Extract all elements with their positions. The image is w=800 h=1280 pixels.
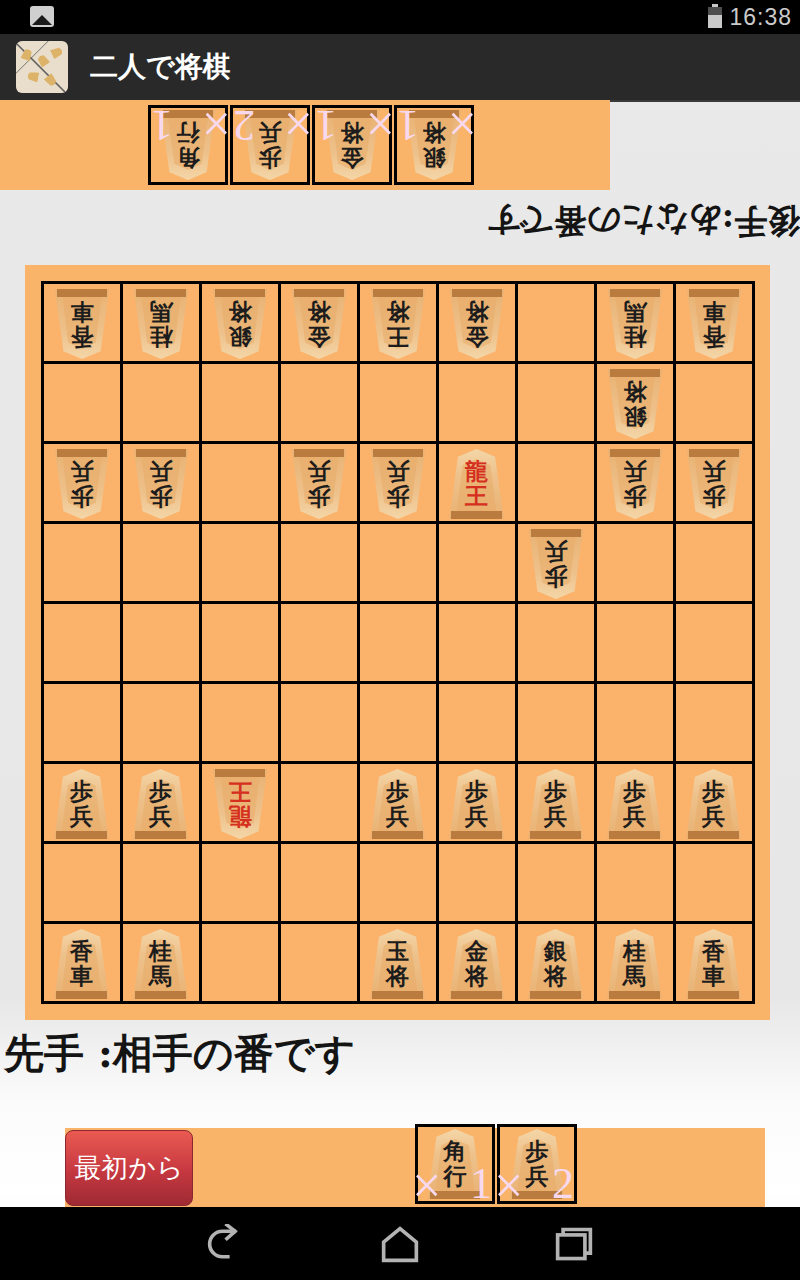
piece-sente-gin[interactable]: 銀将 (525, 929, 587, 999)
piece-gote-kin[interactable]: 金将 (288, 289, 350, 359)
piece-sente-fu[interactable]: 歩兵 (367, 769, 429, 839)
piece-gote-fu[interactable]: 歩兵 (683, 449, 745, 519)
square-7c[interactable] (202, 444, 278, 521)
gote-hand-fu[interactable]: 歩兵×2 (230, 105, 310, 185)
app-bar: 二人で将棋 (0, 34, 800, 102)
square-8a[interactable]: 桂馬 (123, 284, 199, 361)
gote-hand-cells: 角行×1歩兵×2金将×1銀将×1 (148, 105, 474, 185)
sente-hand-fu[interactable]: 歩兵×2 (497, 1124, 577, 1204)
piece-sente-fu[interactable]: 歩兵 (604, 769, 666, 839)
square-1e[interactable] (676, 604, 752, 681)
piece-gote-gin[interactable]: 銀将 (209, 289, 271, 359)
capture-count: 1 (151, 100, 173, 151)
square-8h[interactable] (123, 844, 199, 921)
gote-hand-kaku[interactable]: 角行×1 (148, 105, 228, 185)
square-6a[interactable]: 金将 (281, 284, 357, 361)
capture-count-x: × (284, 94, 313, 153)
square-8d[interactable] (123, 524, 199, 601)
square-9e[interactable] (44, 604, 120, 681)
status-time: 16:38 (729, 4, 792, 31)
square-1h[interactable] (676, 844, 752, 921)
square-5b[interactable] (360, 364, 436, 441)
square-9h[interactable] (44, 844, 120, 921)
square-1i[interactable]: 香車 (676, 924, 752, 1001)
piece-sente-kei[interactable]: 桂馬 (604, 929, 666, 999)
square-6f[interactable] (281, 684, 357, 761)
square-6d[interactable] (281, 524, 357, 601)
gote-status-text: 後手:あなたの番です (370, 198, 800, 243)
capture-count: 1 (470, 1158, 492, 1209)
square-3f[interactable] (518, 684, 594, 761)
capture-count: 1 (315, 100, 337, 151)
square-4e[interactable] (439, 604, 515, 681)
capture-count: 1 (397, 100, 419, 151)
piece-gote-kei[interactable]: 桂馬 (604, 289, 666, 359)
square-5e[interactable] (360, 604, 436, 681)
square-9d[interactable] (44, 524, 120, 601)
app-title: 二人で将棋 (90, 48, 231, 86)
piece-sente-gyoku[interactable]: 玉将 (367, 929, 429, 999)
square-9g[interactable]: 歩兵 (44, 764, 120, 841)
square-6e[interactable] (281, 604, 357, 681)
square-3g[interactable]: 歩兵 (518, 764, 594, 841)
square-1g[interactable]: 歩兵 (676, 764, 752, 841)
square-7h[interactable] (202, 844, 278, 921)
square-8b[interactable] (123, 364, 199, 441)
square-8g[interactable]: 歩兵 (123, 764, 199, 841)
recents-icon[interactable] (551, 1224, 597, 1264)
piece-sente-ryu[interactable]: 龍王 (446, 449, 508, 519)
square-6i[interactable] (281, 924, 357, 1001)
square-3i[interactable]: 銀将 (518, 924, 594, 1001)
square-2e[interactable] (597, 604, 673, 681)
square-1a[interactable]: 香車 (676, 284, 752, 361)
square-2b[interactable]: 銀将 (597, 364, 673, 441)
square-9i[interactable]: 香車 (44, 924, 120, 1001)
screen: 16:38 二人で将棋 角行×1歩兵×2金将×1銀将×1 後手:あなたの番です … (0, 0, 800, 1280)
square-7i[interactable] (202, 924, 278, 1001)
square-6g[interactable] (281, 764, 357, 841)
square-7g[interactable]: 龍王 (202, 764, 278, 841)
piece-gote-kyo[interactable]: 香車 (51, 289, 113, 359)
square-2c[interactable]: 歩兵 (597, 444, 673, 521)
square-6b[interactable] (281, 364, 357, 441)
square-5h[interactable] (360, 844, 436, 921)
back-icon[interactable] (203, 1224, 249, 1264)
capture-count-x: × (412, 1156, 441, 1215)
piece-gote-gin[interactable]: 銀将 (604, 369, 666, 439)
square-7b[interactable] (202, 364, 278, 441)
square-8e[interactable] (123, 604, 199, 681)
square-5f[interactable] (360, 684, 436, 761)
square-5c[interactable]: 歩兵 (360, 444, 436, 521)
piece-gote-fu[interactable]: 歩兵 (604, 449, 666, 519)
square-9c[interactable]: 歩兵 (44, 444, 120, 521)
gote-hand-kin[interactable]: 金将×1 (312, 105, 392, 185)
square-1c[interactable]: 歩兵 (676, 444, 752, 521)
piece-sente-fu[interactable]: 歩兵 (51, 769, 113, 839)
square-5a[interactable]: 王将 (360, 284, 436, 361)
square-5d[interactable] (360, 524, 436, 601)
board-panel: 香車桂馬銀将金将王将金将桂馬香車銀将歩兵歩兵歩兵歩兵龍王歩兵歩兵歩兵歩兵歩兵龍王… (25, 265, 770, 1020)
square-2d[interactable] (597, 524, 673, 601)
piece-gote-fu[interactable]: 歩兵 (130, 449, 192, 519)
square-9b[interactable] (44, 364, 120, 441)
screenshot-notification-icon (30, 6, 54, 27)
square-1f[interactable] (676, 684, 752, 761)
square-8i[interactable]: 桂馬 (123, 924, 199, 1001)
square-4f[interactable] (439, 684, 515, 761)
square-2f[interactable] (597, 684, 673, 761)
square-4h[interactable] (439, 844, 515, 921)
square-7a[interactable]: 銀将 (202, 284, 278, 361)
square-7f[interactable] (202, 684, 278, 761)
piece-sente-fu[interactable]: 歩兵 (683, 769, 745, 839)
piece-gote-kei[interactable]: 桂馬 (130, 289, 192, 359)
square-1d[interactable] (676, 524, 752, 601)
square-7d[interactable] (202, 524, 278, 601)
square-4a[interactable]: 金将 (439, 284, 515, 361)
capture-count-x: × (494, 1156, 523, 1215)
capture-count-x: × (366, 94, 395, 153)
square-5g[interactable]: 歩兵 (360, 764, 436, 841)
square-7e[interactable] (202, 604, 278, 681)
square-3a[interactable] (518, 284, 594, 361)
square-2i[interactable]: 桂馬 (597, 924, 673, 1001)
piece-gote-kyo[interactable]: 香車 (683, 289, 745, 359)
piece-sente-kyo[interactable]: 香車 (683, 929, 745, 999)
sente-hand-cells: 角行×1歩兵×2 (415, 1124, 577, 1204)
nav-bar (0, 1207, 800, 1280)
square-6h[interactable] (281, 844, 357, 921)
square-3d[interactable]: 歩兵 (518, 524, 594, 601)
piece-sente-kei[interactable]: 桂馬 (130, 929, 192, 999)
piece-gote-ryu[interactable]: 龍王 (209, 769, 271, 839)
restart-button[interactable]: 最初から (65, 1130, 193, 1206)
home-icon[interactable] (377, 1224, 423, 1264)
piece-sente-kin[interactable]: 金将 (446, 929, 508, 999)
square-2h[interactable] (597, 844, 673, 921)
square-4d[interactable] (439, 524, 515, 601)
square-1b[interactable] (676, 364, 752, 441)
piece-gote-fu[interactable]: 歩兵 (367, 449, 429, 519)
square-3c[interactable] (518, 444, 594, 521)
piece-gote-ou[interactable]: 王将 (367, 289, 429, 359)
square-6c[interactable]: 歩兵 (281, 444, 357, 521)
square-4b[interactable] (439, 364, 515, 441)
sente-status-text: 先手 :相手の番です (4, 1026, 356, 1081)
square-4c[interactable]: 龍王 (439, 444, 515, 521)
square-5i[interactable]: 玉将 (360, 924, 436, 1001)
shogi-board: 香車桂馬銀将金将王将金将桂馬香車銀将歩兵歩兵歩兵歩兵龍王歩兵歩兵歩兵歩兵歩兵龍王… (41, 281, 755, 1004)
status-bar: 16:38 (0, 0, 800, 34)
square-3b[interactable] (518, 364, 594, 441)
piece-gote-fu[interactable]: 歩兵 (525, 529, 587, 599)
piece-gote-fu[interactable]: 歩兵 (288, 449, 350, 519)
square-4i[interactable]: 金将 (439, 924, 515, 1001)
app-icon (16, 41, 68, 93)
square-8f[interactable] (123, 684, 199, 761)
piece-gote-fu[interactable]: 歩兵 (51, 449, 113, 519)
square-2g[interactable]: 歩兵 (597, 764, 673, 841)
square-3h[interactable] (518, 844, 594, 921)
battery-icon (708, 7, 722, 28)
piece-sente-kyo[interactable]: 香車 (51, 929, 113, 999)
square-2a[interactable]: 桂馬 (597, 284, 673, 361)
piece-sente-fu[interactable]: 歩兵 (446, 769, 508, 839)
square-3e[interactable] (518, 604, 594, 681)
square-4g[interactable]: 歩兵 (439, 764, 515, 841)
capture-count-x: × (448, 94, 477, 153)
square-9a[interactable]: 香車 (44, 284, 120, 361)
piece-sente-fu[interactable]: 歩兵 (130, 769, 192, 839)
sente-hand-kaku[interactable]: 角行×1 (415, 1124, 495, 1204)
piece-gote-kin[interactable]: 金将 (446, 289, 508, 359)
piece-sente-fu[interactable]: 歩兵 (525, 769, 587, 839)
square-9f[interactable] (44, 684, 120, 761)
gote-hand-gin[interactable]: 銀将×1 (394, 105, 474, 185)
square-8c[interactable]: 歩兵 (123, 444, 199, 521)
capture-count: 2 (233, 100, 255, 151)
capture-count-x: × (202, 94, 231, 153)
capture-count: 2 (552, 1158, 574, 1209)
